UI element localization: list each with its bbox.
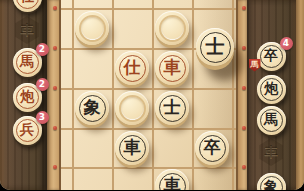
frame-rivet-dot [242,126,246,130]
frame-rivet-dot [242,46,246,50]
black-chariot[interactable]: 車 [115,131,149,165]
red-chariot[interactable]: 車 [155,51,189,85]
piece-character: 炮 [20,89,34,103]
grid-line-horizontal [61,8,236,10]
frame-rivet-dot [53,46,57,50]
piece-character: 象 [84,99,101,116]
frame-rivet-dot [53,165,57,169]
red-advisor[interactable]: 仕 [115,51,149,85]
hidden-piece[interactable] [155,11,189,45]
board[interactable]: 仕車象士車卒車士 [61,0,236,190]
capture-count-badge: 2 [36,43,49,56]
slot-character: 車 [21,21,34,39]
piece-character: 仕 [20,0,34,3]
black-chariot[interactable]: 車 [155,169,189,190]
piece-character: 卒 [204,139,221,156]
hidden-piece[interactable] [75,11,109,45]
captured-red-cannon: 炮2 [13,83,42,112]
frame-rivet-dot [242,165,246,169]
piece-character: 士 [206,37,225,56]
piece-character: 車 [164,59,181,76]
piece-character: 馬 [20,54,34,68]
frame-rivet-dot [242,86,246,90]
frame-rivet-dot [53,6,57,10]
frame-rivet-dot [242,6,246,10]
captured-red-soldier: 兵3 [13,116,42,145]
grid-line-vertical [232,0,234,190]
captured-black-horse: 馬 [257,106,286,135]
piece-character: 仕 [124,59,141,76]
capture-count-badge: 3 [36,111,49,124]
table-edge-right [296,0,304,190]
frame-rivet-dot [53,126,57,130]
piece-character: 馬 [264,112,278,126]
piece-character: 兵 [20,122,34,136]
grid-line-vertical [192,0,194,190]
hidden-piece[interactable] [115,91,149,125]
slot-character: 車 [265,143,278,161]
grid-line-vertical [72,0,74,190]
black-advisor[interactable]: 士 [155,91,189,125]
piece-character: 炮 [264,81,278,95]
capture-count-badge: 2 [36,78,49,91]
grid-line-vertical [152,0,154,190]
captured-black-soldier: 卒4馬 [257,42,286,71]
piece-character: 車 [164,177,181,191]
captured-red-horse: 馬2 [13,48,42,77]
piece-character: 士 [164,99,181,116]
lifted-black-advisor[interactable]: 士 [196,28,234,66]
piece-character: 卒 [264,48,278,62]
grid-line-vertical [112,0,114,190]
piece-character: 象 [264,179,278,190]
piece-character: 車 [124,139,141,156]
capture-count-badge: 4 [280,37,293,50]
grid-line-horizontal [61,167,236,169]
grid-line-horizontal [61,88,236,90]
xiangqi-game-screen: 仕車象士車卒車士 仕車馬2炮2兵3卒4馬炮馬車象 [0,0,304,190]
board-frame-left [47,0,61,190]
black-soldier[interactable]: 卒 [195,131,229,165]
frame-rivet-dot [53,86,57,90]
black-elephant[interactable]: 象 [75,91,109,125]
captured-black-cannon: 炮 [257,75,286,104]
grid-line-horizontal [61,128,236,130]
